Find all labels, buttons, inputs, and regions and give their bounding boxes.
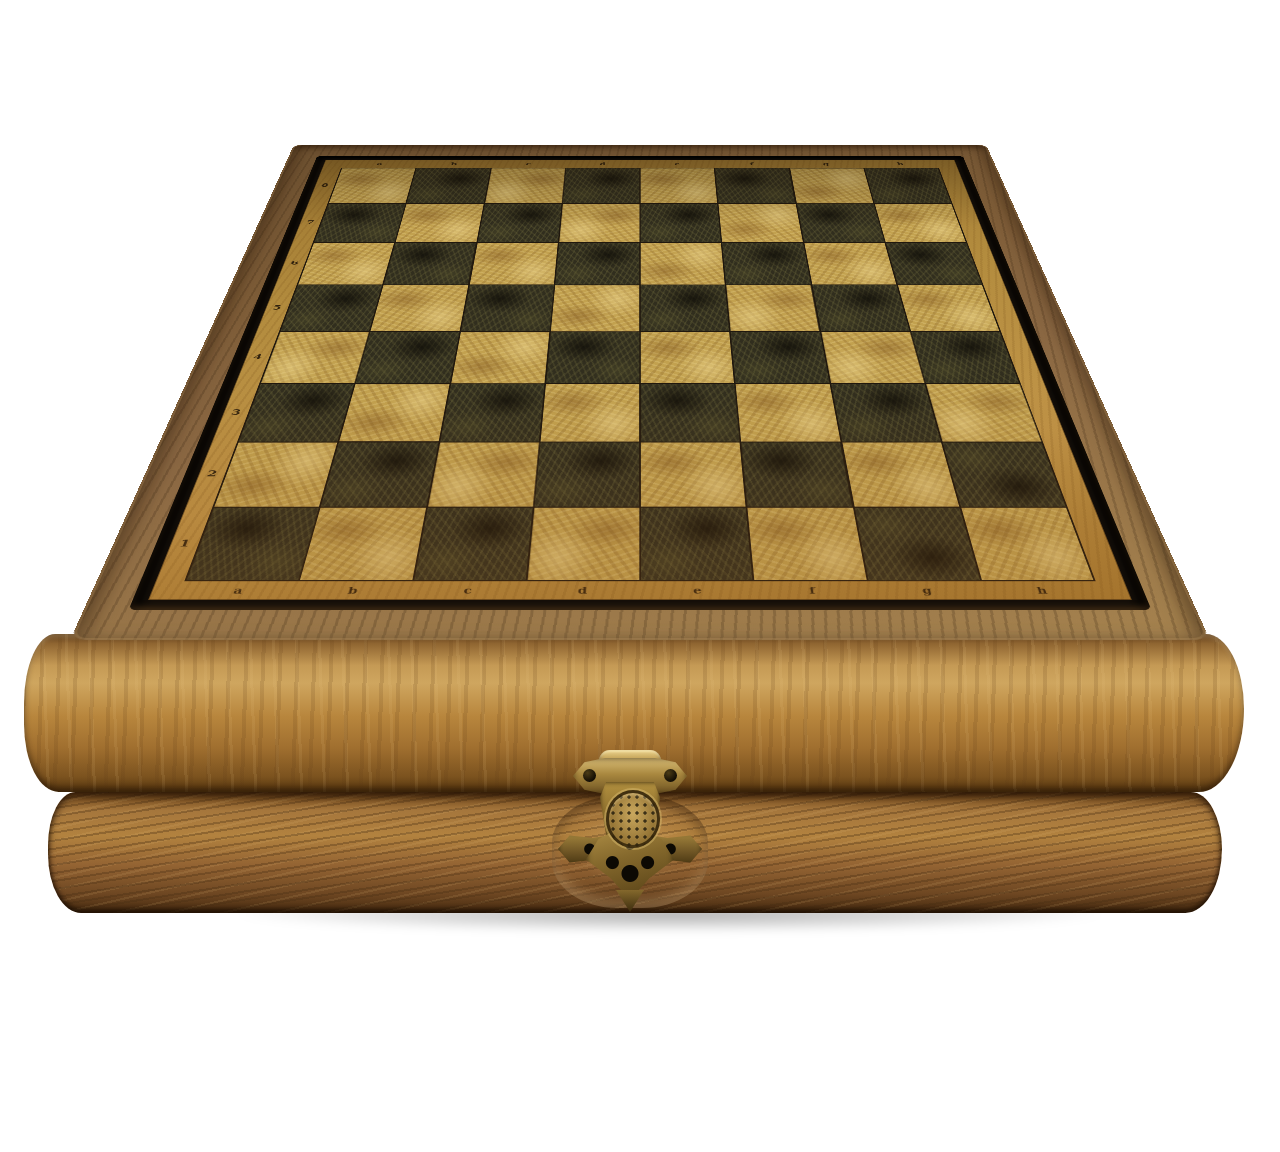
file-label: a bbox=[177, 581, 298, 600]
square-d8[interactable] bbox=[563, 168, 640, 203]
square-e5[interactable] bbox=[641, 285, 730, 331]
square-b8[interactable] bbox=[407, 168, 490, 203]
file-labels-top: abcdefgh bbox=[341, 160, 939, 168]
square-f8[interactable] bbox=[715, 168, 795, 203]
square-e4[interactable] bbox=[641, 332, 734, 383]
square-b7[interactable] bbox=[396, 204, 483, 242]
board-grid bbox=[184, 168, 1095, 581]
square-d2[interactable] bbox=[534, 442, 639, 506]
square-g8[interactable] bbox=[790, 168, 873, 203]
square-a3[interactable] bbox=[239, 384, 354, 441]
file-label: f bbox=[714, 160, 789, 168]
square-c1[interactable] bbox=[414, 508, 533, 581]
file-label: g bbox=[868, 581, 987, 600]
square-d3[interactable] bbox=[540, 384, 639, 441]
square-f3[interactable] bbox=[736, 384, 840, 441]
square-h1[interactable] bbox=[961, 508, 1093, 581]
square-a7[interactable] bbox=[314, 204, 405, 242]
square-g1[interactable] bbox=[854, 508, 979, 581]
chess-board-top: abcdefgh 87654321 abcdefgh bbox=[70, 145, 1210, 640]
square-f5[interactable] bbox=[726, 285, 819, 331]
square-a5[interactable] bbox=[281, 285, 383, 331]
file-label: f bbox=[754, 581, 871, 600]
square-c2[interactable] bbox=[428, 442, 539, 506]
square-c5[interactable] bbox=[461, 285, 554, 331]
square-f2[interactable] bbox=[741, 442, 852, 506]
square-e2[interactable] bbox=[641, 442, 746, 506]
square-d5[interactable] bbox=[551, 285, 640, 331]
square-c7[interactable] bbox=[478, 204, 562, 242]
square-e8[interactable] bbox=[641, 168, 718, 203]
square-h6[interactable] bbox=[886, 243, 982, 285]
square-h5[interactable] bbox=[898, 285, 1000, 331]
square-g2[interactable] bbox=[842, 442, 959, 506]
file-label: g bbox=[788, 160, 864, 168]
square-e3[interactable] bbox=[641, 384, 740, 441]
square-h2[interactable] bbox=[942, 442, 1065, 506]
square-c8[interactable] bbox=[485, 168, 565, 203]
file-label: b bbox=[416, 160, 492, 168]
square-b5[interactable] bbox=[371, 285, 468, 331]
file-label: c bbox=[409, 581, 526, 600]
square-c6[interactable] bbox=[469, 243, 557, 285]
square-g7[interactable] bbox=[797, 204, 884, 242]
square-a4[interactable] bbox=[261, 332, 369, 383]
file-label: b bbox=[293, 581, 412, 600]
square-g5[interactable] bbox=[812, 285, 909, 331]
screw-icon bbox=[583, 769, 596, 782]
square-f7[interactable] bbox=[719, 204, 803, 242]
square-d1[interactable] bbox=[527, 508, 639, 581]
square-e1[interactable] bbox=[641, 508, 753, 581]
square-h3[interactable] bbox=[926, 384, 1041, 441]
square-g6[interactable] bbox=[804, 243, 896, 285]
screw-icon bbox=[664, 769, 677, 782]
square-f6[interactable] bbox=[722, 243, 810, 285]
square-f1[interactable] bbox=[748, 508, 867, 581]
square-b4[interactable] bbox=[356, 332, 459, 383]
latch-assembly[interactable] bbox=[552, 748, 708, 912]
file-label: h bbox=[862, 160, 939, 168]
square-c3[interactable] bbox=[440, 384, 544, 441]
file-label: d bbox=[524, 581, 640, 600]
square-f4[interactable] bbox=[731, 332, 829, 383]
file-label: d bbox=[565, 160, 640, 168]
square-b2[interactable] bbox=[321, 442, 438, 506]
square-e7[interactable] bbox=[641, 204, 721, 242]
file-labels-bottom: abcdefgh bbox=[177, 581, 1103, 600]
file-label: c bbox=[491, 160, 566, 168]
latch-dotted-oval bbox=[606, 790, 660, 848]
square-c4[interactable] bbox=[451, 332, 549, 383]
square-g3[interactable] bbox=[831, 384, 941, 441]
file-label: e bbox=[640, 581, 756, 600]
square-e6[interactable] bbox=[641, 243, 725, 285]
file-label: a bbox=[341, 160, 418, 168]
file-label: h bbox=[982, 581, 1103, 600]
square-d7[interactable] bbox=[559, 204, 639, 242]
square-h7[interactable] bbox=[875, 204, 966, 242]
square-h4[interactable] bbox=[911, 332, 1019, 383]
square-b6[interactable] bbox=[384, 243, 476, 285]
product-photo: abcdefgh 87654321 abcdefgh bbox=[0, 0, 1280, 1152]
square-d6[interactable] bbox=[555, 243, 639, 285]
square-d4[interactable] bbox=[546, 332, 639, 383]
file-label: e bbox=[640, 160, 715, 168]
square-b1[interactable] bbox=[300, 508, 425, 581]
square-a8[interactable] bbox=[329, 168, 416, 203]
square-g4[interactable] bbox=[821, 332, 924, 383]
square-a2[interactable] bbox=[214, 442, 337, 506]
square-a6[interactable] bbox=[298, 243, 394, 285]
square-b3[interactable] bbox=[339, 384, 449, 441]
square-h8[interactable] bbox=[865, 168, 952, 203]
